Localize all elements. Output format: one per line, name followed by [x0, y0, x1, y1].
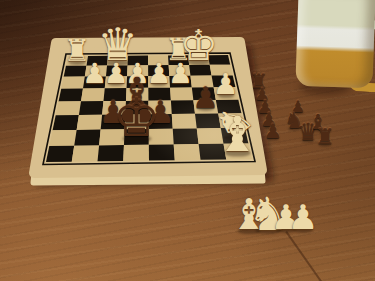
captured-black-rook-9[interactable]: ♜ [315, 126, 335, 148]
piece-white-pawn-f6[interactable]: ♟ [168, 59, 193, 87]
captured-white-pawn-3[interactable]: ♟ [288, 200, 318, 234]
square-b1[interactable] [72, 145, 99, 161]
table-surface: ♜♛♜♚♟♟♟♟♟♟♝♟♟♟♚♞♝♜♟♟♟♟♟♞♛♝♜♝♞♟♟ [0, 0, 375, 281]
square-a5[interactable] [59, 88, 83, 101]
square-a1[interactable] [46, 146, 74, 162]
square-a3[interactable] [53, 115, 79, 130]
square-a2[interactable] [49, 130, 76, 146]
coffee-mug [295, 0, 375, 88]
square-a4[interactable] [56, 101, 81, 115]
captured-black-pawn-4[interactable]: ♟ [264, 121, 282, 141]
piece-white-bishop-h1[interactable]: ♝ [216, 111, 259, 159]
square-b2[interactable] [74, 130, 100, 146]
square-f3[interactable] [172, 114, 197, 129]
square-f1[interactable] [174, 144, 201, 160]
piece-black-king-d2[interactable]: ♚ [113, 92, 161, 145]
square-f2[interactable] [173, 128, 199, 144]
